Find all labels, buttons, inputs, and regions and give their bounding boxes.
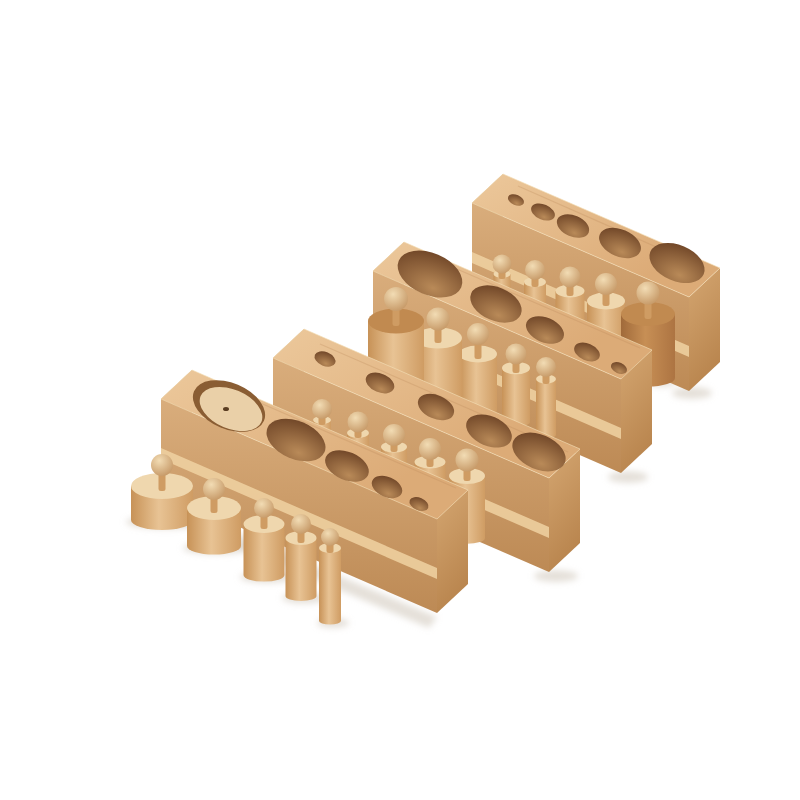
knob-ball bbox=[427, 308, 450, 331]
knob-ball bbox=[637, 282, 660, 305]
knobbed-cylinder bbox=[536, 357, 556, 438]
knob-ball bbox=[419, 438, 441, 460]
knobbed-cylinder bbox=[502, 344, 530, 427]
knob-ball bbox=[467, 323, 489, 345]
product-photo-montessori-cylinder-blocks: Montessori knobbed cylinder blocks - fou… bbox=[40, 16, 800, 800]
scene-illustration bbox=[40, 16, 800, 800]
shadow bbox=[672, 387, 712, 399]
knob-ball bbox=[536, 357, 556, 377]
knob-ball bbox=[151, 454, 173, 476]
knob-ball bbox=[291, 514, 311, 534]
knob-ball bbox=[384, 287, 408, 311]
cylinder-body bbox=[536, 379, 556, 438]
knob-ball bbox=[383, 424, 405, 446]
center-pin-hole bbox=[223, 407, 229, 411]
cylinder-body bbox=[319, 548, 341, 625]
knob-ball bbox=[493, 255, 512, 274]
knob-ball bbox=[203, 478, 225, 500]
knob-ball bbox=[525, 260, 545, 280]
knob-ball bbox=[456, 449, 479, 472]
cylinder-body bbox=[286, 538, 317, 601]
knob-ball bbox=[595, 273, 617, 295]
knob-ball bbox=[321, 528, 339, 546]
knob-ball bbox=[560, 267, 581, 288]
knob-ball bbox=[254, 498, 274, 518]
knob-ball bbox=[312, 399, 332, 419]
shadow bbox=[608, 471, 648, 483]
knob-ball bbox=[506, 344, 527, 365]
knob-ball bbox=[348, 412, 369, 433]
shadow bbox=[534, 570, 578, 582]
